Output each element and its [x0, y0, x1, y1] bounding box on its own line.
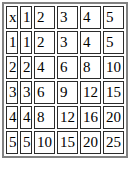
row-header-cell-2: 2 [6, 56, 18, 79]
row-header-cell-4: 4 [6, 106, 18, 129]
product-cell-r1c3: 3 [57, 31, 78, 54]
product-cell-r4c3: 12 [57, 106, 78, 129]
col-header-cell-2: 2 [34, 6, 55, 29]
product-cell-r5c5: 25 [103, 131, 124, 154]
product-cell-r4c1: 4 [20, 106, 32, 129]
product-cell-r5c1: 5 [20, 131, 32, 154]
col-header-cell-4: 4 [80, 6, 101, 29]
product-cell-r4c4: 16 [80, 106, 101, 129]
product-cell-r3c2: 6 [34, 81, 55, 104]
row-header-cell-5: 5 [6, 131, 18, 154]
product-cell-r1c2: 2 [34, 31, 55, 54]
col-header-cell-3: 3 [57, 6, 78, 29]
product-cell-r4c5: 20 [103, 106, 124, 129]
product-cell-r5c3: 15 [57, 131, 78, 154]
row-header-cell-3: 3 [6, 81, 18, 104]
col-header-cell-1: 1 [20, 6, 32, 29]
product-cell-r2c3: 6 [57, 56, 78, 79]
product-cell-r1c4: 4 [80, 31, 101, 54]
col-header-cell-5: 5 [103, 6, 124, 29]
product-cell-r2c1: 2 [20, 56, 32, 79]
row-header-cell-1: 1 [6, 31, 18, 54]
product-cell-r3c5: 15 [103, 81, 124, 104]
product-cell-r1c5: 5 [103, 31, 124, 54]
operator-cell: x [6, 6, 18, 29]
multiplication-grid: x123451123452246810336912154481216205510… [2, 2, 128, 158]
product-cell-r5c4: 20 [80, 131, 101, 154]
product-cell-r3c3: 9 [57, 81, 78, 104]
product-cell-r5c2: 10 [34, 131, 55, 154]
product-cell-r2c5: 10 [103, 56, 124, 79]
product-cell-r3c4: 12 [80, 81, 101, 104]
product-cell-r4c2: 8 [34, 106, 55, 129]
product-cell-r3c1: 3 [20, 81, 32, 104]
product-cell-r2c4: 8 [80, 56, 101, 79]
product-cell-r2c2: 4 [34, 56, 55, 79]
product-cell-r1c1: 1 [20, 31, 32, 54]
